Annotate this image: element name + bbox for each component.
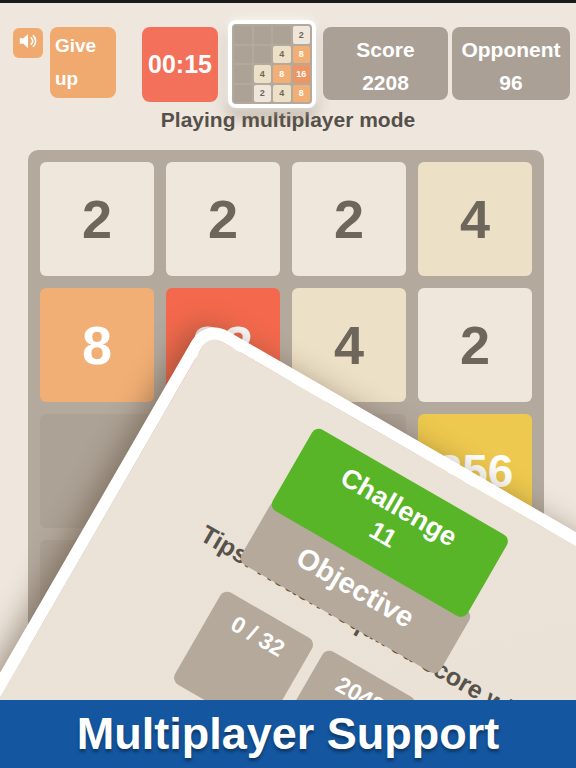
empty-cell bbox=[254, 46, 272, 64]
tile-16: 16 bbox=[293, 65, 311, 83]
sound-toggle-button[interactable] bbox=[13, 28, 43, 58]
empty-cell bbox=[254, 26, 272, 44]
empty-cell bbox=[234, 85, 252, 103]
app-screen: Give up 00:15 2484816248 Score 2208 Oppo… bbox=[0, 0, 576, 768]
score-box: Score 2208 bbox=[323, 27, 448, 100]
tile-2: 2 bbox=[292, 162, 406, 276]
empty-cell bbox=[234, 26, 252, 44]
timer-display: 00:15 bbox=[142, 27, 218, 102]
score-value: 2208 bbox=[323, 67, 448, 100]
tile-2: 2 bbox=[418, 288, 532, 402]
tile-8: 8 bbox=[293, 85, 311, 103]
opponent-board-preview: 2484816248 bbox=[228, 20, 316, 108]
promo-banner: Multiplayer Support bbox=[0, 700, 576, 768]
opponent-label: Opponent bbox=[452, 34, 570, 67]
empty-cell bbox=[234, 65, 252, 83]
empty-cell bbox=[273, 26, 291, 44]
tile-8: 8 bbox=[293, 46, 311, 64]
promo-banner-text: Multiplayer Support bbox=[77, 708, 500, 760]
tile-4: 4 bbox=[273, 85, 291, 103]
tile-2: 2 bbox=[293, 26, 311, 44]
give-up-button[interactable]: Give up bbox=[50, 27, 116, 98]
status-bar-line bbox=[0, 0, 576, 3]
tile-8: 8 bbox=[40, 288, 154, 402]
empty-cell bbox=[234, 46, 252, 64]
tile-2: 2 bbox=[254, 85, 272, 103]
tile-2: 2 bbox=[166, 162, 280, 276]
opponent-score-box: Opponent 96 bbox=[452, 27, 570, 100]
mode-caption: Playing multiplayer mode bbox=[0, 108, 576, 132]
speaker-icon bbox=[17, 30, 39, 56]
tile-2: 2 bbox=[40, 162, 154, 276]
tile-4: 4 bbox=[273, 46, 291, 64]
opponent-value: 96 bbox=[452, 67, 570, 100]
tile-4: 4 bbox=[254, 65, 272, 83]
tile-8: 8 bbox=[273, 65, 291, 83]
tile-4: 4 bbox=[418, 162, 532, 276]
score-label: Score bbox=[323, 34, 448, 67]
